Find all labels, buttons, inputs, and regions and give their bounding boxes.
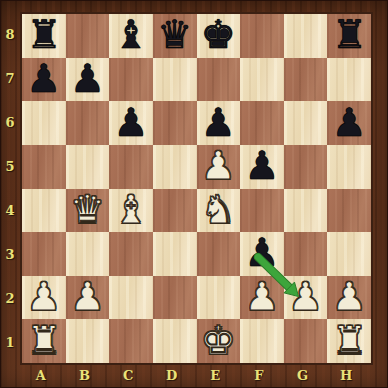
square-a3[interactable]: [22, 232, 66, 276]
square-e4[interactable]: ♞: [197, 189, 241, 233]
square-e8[interactable]: ♚: [197, 14, 241, 58]
square-b5[interactable]: [66, 145, 110, 189]
square-h1[interactable]: ♜: [327, 319, 371, 363]
piece-white-pawn-f2[interactable]: ♟: [244, 277, 279, 316]
rank-labels: 87654321: [0, 12, 20, 365]
square-g1[interactable]: [284, 319, 328, 363]
piece-black-bishop-c8[interactable]: ♝: [114, 15, 149, 54]
square-f6[interactable]: [240, 101, 284, 145]
piece-white-king-e1[interactable]: ♚: [201, 321, 236, 360]
square-f5[interactable]: ♟: [240, 145, 284, 189]
square-d1[interactable]: [153, 319, 197, 363]
piece-black-pawn-c6[interactable]: ♟: [114, 103, 149, 142]
square-g3[interactable]: [284, 232, 328, 276]
file-label-h: H: [324, 364, 368, 386]
square-e7[interactable]: [197, 58, 241, 102]
square-h6[interactable]: ♟: [327, 101, 371, 145]
square-h5[interactable]: [327, 145, 371, 189]
square-b6[interactable]: [66, 101, 110, 145]
square-a1[interactable]: ♜: [22, 319, 66, 363]
piece-white-bishop-c4[interactable]: ♝: [114, 190, 149, 229]
piece-black-pawn-h6[interactable]: ♟: [332, 103, 367, 142]
square-f7[interactable]: [240, 58, 284, 102]
square-h2[interactable]: ♟: [327, 276, 371, 320]
board-border: ♜♝♛♚♜♟♟♟♟♟♟♟♛♝♞♟♟♟♟♟♟♜♚♜: [20, 12, 373, 365]
rank-label-8: 8: [0, 12, 20, 56]
square-a5[interactable]: [22, 145, 66, 189]
square-c3[interactable]: [109, 232, 153, 276]
file-label-g: G: [281, 364, 325, 386]
square-a4[interactable]: [22, 189, 66, 233]
piece-black-queen-d8[interactable]: ♛: [157, 15, 192, 54]
square-d5[interactable]: [153, 145, 197, 189]
square-g2[interactable]: ♟: [284, 276, 328, 320]
piece-white-rook-h1[interactable]: ♜: [332, 321, 367, 360]
square-e3[interactable]: [197, 232, 241, 276]
chess-board[interactable]: ♜♝♛♚♜♟♟♟♟♟♟♟♛♝♞♟♟♟♟♟♟♜♚♜: [22, 14, 371, 363]
square-e2[interactable]: [197, 276, 241, 320]
square-f3[interactable]: ♟: [240, 232, 284, 276]
square-c8[interactable]: ♝: [109, 14, 153, 58]
piece-black-rook-a8[interactable]: ♜: [26, 15, 61, 54]
square-c5[interactable]: [109, 145, 153, 189]
piece-white-pawn-a2[interactable]: ♟: [26, 277, 61, 316]
square-b7[interactable]: ♟: [66, 58, 110, 102]
rank-label-7: 7: [0, 56, 20, 100]
square-b4[interactable]: ♛: [66, 189, 110, 233]
square-c2[interactable]: [109, 276, 153, 320]
file-label-b: B: [63, 364, 107, 386]
square-g8[interactable]: [284, 14, 328, 58]
square-c6[interactable]: ♟: [109, 101, 153, 145]
file-labels: ABCDEFGH: [22, 364, 371, 386]
square-f8[interactable]: [240, 14, 284, 58]
rank-label-4: 4: [0, 189, 20, 233]
piece-black-pawn-b7[interactable]: ♟: [70, 59, 105, 98]
rank-label-6: 6: [0, 100, 20, 144]
file-label-e: E: [194, 364, 238, 386]
square-f2[interactable]: ♟: [240, 276, 284, 320]
square-d2[interactable]: [153, 276, 197, 320]
square-c7[interactable]: [109, 58, 153, 102]
rank-label-1: 1: [0, 321, 20, 365]
chess-board-frame: 87654321 ABCDEFGH ♜♝♛♚♜♟♟♟♟♟♟♟♛♝♞♟♟♟♟♟♟♜…: [0, 0, 388, 388]
file-label-f: F: [237, 364, 281, 386]
square-e6[interactable]: ♟: [197, 101, 241, 145]
square-g6[interactable]: [284, 101, 328, 145]
piece-white-pawn-e5[interactable]: ♟: [201, 146, 236, 185]
square-h7[interactable]: [327, 58, 371, 102]
piece-white-rook-a1[interactable]: ♜: [26, 321, 61, 360]
square-h3[interactable]: [327, 232, 371, 276]
square-h8[interactable]: ♜: [327, 14, 371, 58]
rank-label-2: 2: [0, 277, 20, 321]
square-f4[interactable]: [240, 189, 284, 233]
piece-white-pawn-h2[interactable]: ♟: [332, 277, 367, 316]
piece-black-pawn-a7[interactable]: ♟: [26, 59, 61, 98]
square-f1[interactable]: [240, 319, 284, 363]
square-a8[interactable]: ♜: [22, 14, 66, 58]
square-b8[interactable]: [66, 14, 110, 58]
square-a6[interactable]: [22, 101, 66, 145]
piece-white-pawn-g2[interactable]: ♟: [288, 277, 323, 316]
square-d6[interactable]: [153, 101, 197, 145]
square-c4[interactable]: ♝: [109, 189, 153, 233]
piece-black-pawn-f3[interactable]: ♟: [244, 233, 279, 272]
square-d3[interactable]: [153, 232, 197, 276]
square-b1[interactable]: [66, 319, 110, 363]
piece-white-pawn-b2[interactable]: ♟: [70, 277, 105, 316]
file-label-c: C: [106, 364, 150, 386]
piece-black-pawn-f5[interactable]: ♟: [244, 146, 279, 185]
square-e1[interactable]: ♚: [197, 319, 241, 363]
piece-white-queen-b4[interactable]: ♛: [70, 190, 105, 229]
piece-white-knight-e4[interactable]: ♞: [201, 190, 236, 229]
square-d7[interactable]: [153, 58, 197, 102]
piece-black-pawn-e6[interactable]: ♟: [201, 103, 236, 142]
piece-black-king-e8[interactable]: ♚: [201, 15, 236, 54]
file-label-a: A: [19, 364, 63, 386]
square-a2[interactable]: ♟: [22, 276, 66, 320]
rank-label-5: 5: [0, 144, 20, 188]
square-g7[interactable]: [284, 58, 328, 102]
square-c1[interactable]: [109, 319, 153, 363]
file-label-d: D: [150, 364, 194, 386]
square-g4[interactable]: [284, 189, 328, 233]
piece-black-rook-h8[interactable]: ♜: [332, 15, 367, 54]
square-e5[interactable]: ♟: [197, 145, 241, 189]
square-b3[interactable]: [66, 232, 110, 276]
square-d8[interactable]: ♛: [153, 14, 197, 58]
square-b2[interactable]: ♟: [66, 276, 110, 320]
square-h4[interactable]: [327, 189, 371, 233]
rank-label-3: 3: [0, 233, 20, 277]
square-a7[interactable]: ♟: [22, 58, 66, 102]
square-g5[interactable]: [284, 145, 328, 189]
square-d4[interactable]: [153, 189, 197, 233]
